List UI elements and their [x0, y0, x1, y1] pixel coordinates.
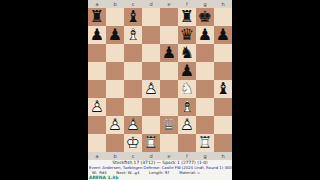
square-g3[interactable]	[196, 98, 214, 116]
square-d8[interactable]	[142, 8, 160, 26]
white-r-piece: ♖	[142, 134, 160, 152]
square-c6[interactable]	[124, 44, 142, 62]
square-e6[interactable]: ♟	[160, 44, 178, 62]
file-label-a: a	[88, 152, 106, 160]
square-h5[interactable]	[214, 62, 232, 80]
file-label-b: b	[106, 152, 124, 160]
file-label-d: d	[142, 0, 160, 8]
square-h8[interactable]	[214, 8, 232, 26]
square-e1[interactable]	[160, 134, 178, 152]
square-e7[interactable]	[160, 26, 178, 44]
square-g6[interactable]	[196, 44, 214, 62]
black-b-piece: ♝	[124, 8, 142, 26]
black-p-piece: ♟	[160, 44, 178, 62]
white-p-piece: ♙	[88, 98, 106, 116]
white-n-piece: ♘	[178, 80, 196, 98]
white-k-piece: ♔	[124, 134, 142, 152]
black-p-piece: ♟	[88, 26, 106, 44]
square-d1[interactable]: ♜♖	[142, 134, 160, 152]
square-e4[interactable]	[160, 80, 178, 98]
square-a7[interactable]: ♟	[88, 26, 106, 44]
square-d2[interactable]	[142, 116, 160, 134]
square-f5[interactable]: ♟	[178, 62, 196, 80]
square-d5[interactable]	[142, 62, 160, 80]
file-label-c: c	[124, 152, 142, 160]
square-c3[interactable]	[124, 98, 142, 116]
square-b4[interactable]	[106, 80, 124, 98]
white-b-piece: ♗	[124, 26, 142, 44]
square-b1[interactable]	[106, 134, 124, 152]
file-label-d: d	[142, 152, 160, 160]
square-g4[interactable]	[196, 80, 214, 98]
square-h3[interactable]	[214, 98, 232, 116]
white-b-piece: ♗	[178, 98, 196, 116]
game-caption-panel: Stockfish 17 (3712) — Spock 1 (2777) (1-…	[88, 160, 232, 180]
black-p-piece: ♟	[178, 62, 196, 80]
file-labels-bottom: abcdefgh	[88, 152, 232, 160]
square-g5[interactable]	[196, 62, 214, 80]
right-black-bar	[232, 0, 320, 180]
square-a4[interactable]	[88, 80, 106, 98]
white-p-piece: ♙	[142, 80, 160, 98]
file-label-h: h	[214, 152, 232, 160]
square-a1[interactable]	[88, 134, 106, 152]
video-frame: abcdefgh ♜♝♜♚♟♟♝♗♛♟♟♟♞♟♟♙♞♘♝♟♙♝♗♟♙♟♙♛♕♟♙…	[0, 0, 320, 180]
black-p-piece: ♟	[106, 26, 124, 44]
square-b8[interactable]	[106, 8, 124, 26]
square-f4[interactable]: ♞♘	[178, 80, 196, 98]
black-q-piece: ♛	[178, 26, 196, 44]
square-f7[interactable]: ♛	[178, 26, 196, 44]
file-label-f: f	[178, 152, 196, 160]
square-a6[interactable]	[88, 44, 106, 62]
square-e8[interactable]	[160, 8, 178, 26]
black-r-piece: ♜	[88, 8, 106, 26]
square-g8[interactable]: ♚	[196, 8, 214, 26]
square-a8[interactable]: ♜	[88, 8, 106, 26]
black-p-piece: ♟	[196, 26, 214, 44]
white-p-piece: ♙	[178, 116, 196, 134]
square-d4[interactable]: ♟♙	[142, 80, 160, 98]
square-e3[interactable]	[160, 98, 178, 116]
square-c2[interactable]: ♟♙	[124, 116, 142, 134]
square-f6[interactable]: ♞	[178, 44, 196, 62]
file-label-e: e	[160, 0, 178, 8]
square-e5[interactable]	[160, 62, 178, 80]
square-f8[interactable]: ♜	[178, 8, 196, 26]
square-c4[interactable]	[124, 80, 142, 98]
square-c8[interactable]: ♝	[124, 8, 142, 26]
square-a5[interactable]	[88, 62, 106, 80]
square-d3[interactable]	[142, 98, 160, 116]
square-d7[interactable]	[142, 26, 160, 44]
black-p-piece: ♟	[214, 26, 232, 44]
square-c1[interactable]: ♚♔	[124, 134, 142, 152]
chess-board: ♜♝♜♚♟♟♝♗♛♟♟♟♞♟♟♙♞♘♝♟♙♝♗♟♙♟♙♛♕♟♙♚♔♜♖♜♖	[88, 8, 232, 152]
square-h6[interactable]	[214, 44, 232, 62]
square-a3[interactable]: ♟♙	[88, 98, 106, 116]
file-label-e: e	[160, 152, 178, 160]
square-h1[interactable]	[214, 134, 232, 152]
black-r-piece: ♜	[178, 8, 196, 26]
black-n-piece: ♞	[178, 44, 196, 62]
square-b6[interactable]	[106, 44, 124, 62]
file-label-g: g	[196, 152, 214, 160]
square-g7[interactable]: ♟	[196, 26, 214, 44]
square-b7[interactable]: ♟	[106, 26, 124, 44]
square-f3[interactable]: ♝♗	[178, 98, 196, 116]
white-p-piece: ♙	[124, 116, 142, 134]
square-a2[interactable]	[88, 116, 106, 134]
square-c5[interactable]	[124, 62, 142, 80]
square-c7[interactable]: ♝♗	[124, 26, 142, 44]
white-p-piece: ♙	[106, 116, 124, 134]
square-b2[interactable]: ♟♙	[106, 116, 124, 134]
left-black-bar	[0, 0, 88, 180]
square-g1[interactable]: ♜♖	[196, 134, 214, 152]
square-d6[interactable]	[142, 44, 160, 62]
square-h2[interactable]	[214, 116, 232, 134]
file-label-b: b	[106, 0, 124, 8]
square-b3[interactable]	[106, 98, 124, 116]
square-h7[interactable]: ♟	[214, 26, 232, 44]
square-h4[interactable]: ♝	[214, 80, 232, 98]
square-b5[interactable]	[106, 62, 124, 80]
black-b-piece: ♝	[214, 80, 232, 98]
square-f2[interactable]: ♟♙	[178, 116, 196, 134]
file-label-h: h	[214, 0, 232, 8]
square-e2[interactable]: ♛♕	[160, 116, 178, 134]
square-g2[interactable]	[196, 116, 214, 134]
square-f1[interactable]	[178, 134, 196, 152]
white-q-piece: ♕	[160, 116, 178, 134]
engine-footer-label: ARENA 1.3b	[88, 175, 232, 180]
white-r-piece: ♖	[196, 134, 214, 152]
black-k-piece: ♚	[196, 8, 214, 26]
